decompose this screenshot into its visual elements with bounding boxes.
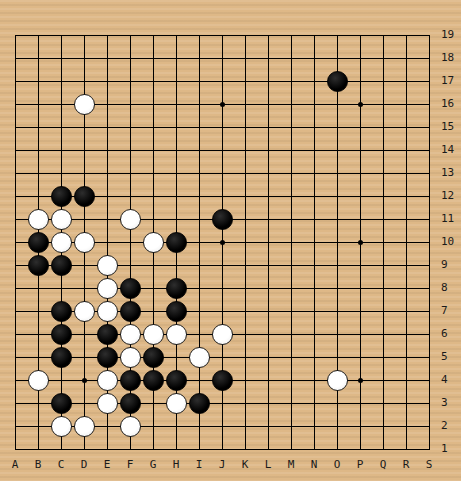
intersection-O9[interactable] (326, 254, 349, 277)
intersection-K18[interactable] (234, 47, 257, 70)
intersection-O10[interactable] (326, 231, 349, 254)
intersection-B6[interactable] (27, 323, 50, 346)
intersection-K7[interactable] (234, 300, 257, 323)
intersection-I11[interactable] (188, 208, 211, 231)
intersection-I15[interactable] (188, 116, 211, 139)
intersection-O7[interactable] (326, 300, 349, 323)
intersection-I13[interactable] (188, 162, 211, 185)
intersection-O2[interactable] (326, 415, 349, 438)
intersection-R11[interactable] (395, 208, 418, 231)
intersection-H11[interactable] (165, 208, 188, 231)
intersection-A9[interactable] (4, 254, 27, 277)
intersection-B17[interactable] (27, 70, 50, 93)
intersection-J12[interactable] (211, 185, 234, 208)
intersection-D7[interactable] (73, 300, 96, 323)
intersection-H12[interactable] (165, 185, 188, 208)
intersection-D5[interactable] (73, 346, 96, 369)
intersection-Q18[interactable] (372, 47, 395, 70)
intersection-E13[interactable] (96, 162, 119, 185)
intersection-S18[interactable] (418, 47, 441, 70)
intersection-L10[interactable] (257, 231, 280, 254)
intersection-R13[interactable] (395, 162, 418, 185)
intersection-M9[interactable] (280, 254, 303, 277)
intersection-K11[interactable] (234, 208, 257, 231)
intersection-C10[interactable] (50, 231, 73, 254)
intersection-L15[interactable] (257, 116, 280, 139)
intersection-F7[interactable] (119, 300, 142, 323)
intersection-N10[interactable] (303, 231, 326, 254)
intersection-B18[interactable] (27, 47, 50, 70)
intersection-A3[interactable] (4, 392, 27, 415)
intersection-Q4[interactable] (372, 369, 395, 392)
intersection-N11[interactable] (303, 208, 326, 231)
intersection-B19[interactable] (27, 24, 50, 47)
intersection-B5[interactable] (27, 346, 50, 369)
intersection-Q14[interactable] (372, 139, 395, 162)
intersection-C4[interactable] (50, 369, 73, 392)
intersection-A5[interactable] (4, 346, 27, 369)
intersection-G12[interactable] (142, 185, 165, 208)
intersection-R5[interactable] (395, 346, 418, 369)
intersection-B10[interactable] (27, 231, 50, 254)
intersection-R10[interactable] (395, 231, 418, 254)
intersection-S6[interactable] (418, 323, 441, 346)
intersection-M5[interactable] (280, 346, 303, 369)
intersection-N12[interactable] (303, 185, 326, 208)
intersection-C14[interactable] (50, 139, 73, 162)
intersection-G16[interactable] (142, 93, 165, 116)
intersection-K15[interactable] (234, 116, 257, 139)
intersection-S3[interactable] (418, 392, 441, 415)
intersection-Q5[interactable] (372, 346, 395, 369)
intersection-F2[interactable] (119, 415, 142, 438)
intersection-O4[interactable] (326, 369, 349, 392)
intersection-F6[interactable] (119, 323, 142, 346)
intersection-A12[interactable] (4, 185, 27, 208)
intersection-G9[interactable] (142, 254, 165, 277)
intersection-C12[interactable] (50, 185, 73, 208)
intersection-L17[interactable] (257, 70, 280, 93)
intersection-E16[interactable] (96, 93, 119, 116)
intersection-K10[interactable] (234, 231, 257, 254)
intersection-K17[interactable] (234, 70, 257, 93)
intersection-R6[interactable] (395, 323, 418, 346)
intersection-P11[interactable] (349, 208, 372, 231)
intersection-C17[interactable] (50, 70, 73, 93)
intersection-M3[interactable] (280, 392, 303, 415)
intersection-O12[interactable] (326, 185, 349, 208)
intersection-S16[interactable] (418, 93, 441, 116)
intersection-O3[interactable] (326, 392, 349, 415)
intersection-E15[interactable] (96, 116, 119, 139)
intersection-K3[interactable] (234, 392, 257, 415)
intersection-O6[interactable] (326, 323, 349, 346)
intersection-E10[interactable] (96, 231, 119, 254)
intersection-K4[interactable] (234, 369, 257, 392)
intersection-D8[interactable] (73, 277, 96, 300)
intersection-J10[interactable] (211, 231, 234, 254)
intersection-K6[interactable] (234, 323, 257, 346)
intersection-N5[interactable] (303, 346, 326, 369)
intersection-G11[interactable] (142, 208, 165, 231)
intersection-H3[interactable] (165, 392, 188, 415)
intersection-Q17[interactable] (372, 70, 395, 93)
intersection-R14[interactable] (395, 139, 418, 162)
intersection-B11[interactable] (27, 208, 50, 231)
intersection-O18[interactable] (326, 47, 349, 70)
intersection-B8[interactable] (27, 277, 50, 300)
intersection-K19[interactable] (234, 24, 257, 47)
intersection-P13[interactable] (349, 162, 372, 185)
intersection-S14[interactable] (418, 139, 441, 162)
intersection-L6[interactable] (257, 323, 280, 346)
intersection-C13[interactable] (50, 162, 73, 185)
intersection-H4[interactable] (165, 369, 188, 392)
intersection-C7[interactable] (50, 300, 73, 323)
intersection-D6[interactable] (73, 323, 96, 346)
intersection-I8[interactable] (188, 277, 211, 300)
intersection-N2[interactable] (303, 415, 326, 438)
intersection-N6[interactable] (303, 323, 326, 346)
intersection-A13[interactable] (4, 162, 27, 185)
intersection-S11[interactable] (418, 208, 441, 231)
intersection-S15[interactable] (418, 116, 441, 139)
intersection-P10[interactable] (349, 231, 372, 254)
intersection-P12[interactable] (349, 185, 372, 208)
intersection-F13[interactable] (119, 162, 142, 185)
intersection-J15[interactable] (211, 116, 234, 139)
intersection-F19[interactable] (119, 24, 142, 47)
intersection-O11[interactable] (326, 208, 349, 231)
intersection-M19[interactable] (280, 24, 303, 47)
intersection-Q9[interactable] (372, 254, 395, 277)
intersection-D17[interactable] (73, 70, 96, 93)
intersection-G14[interactable] (142, 139, 165, 162)
intersection-G4[interactable] (142, 369, 165, 392)
intersection-R19[interactable] (395, 24, 418, 47)
intersection-P3[interactable] (349, 392, 372, 415)
intersection-B16[interactable] (27, 93, 50, 116)
intersection-G10[interactable] (142, 231, 165, 254)
intersection-M17[interactable] (280, 70, 303, 93)
intersection-O19[interactable] (326, 24, 349, 47)
intersection-L12[interactable] (257, 185, 280, 208)
intersection-S4[interactable] (418, 369, 441, 392)
intersection-G17[interactable] (142, 70, 165, 93)
intersection-C18[interactable] (50, 47, 73, 70)
intersection-A10[interactable] (4, 231, 27, 254)
intersection-I14[interactable] (188, 139, 211, 162)
intersection-D13[interactable] (73, 162, 96, 185)
intersection-Q3[interactable] (372, 392, 395, 415)
intersection-O16[interactable] (326, 93, 349, 116)
intersection-M2[interactable] (280, 415, 303, 438)
intersection-R4[interactable] (395, 369, 418, 392)
intersection-A18[interactable] (4, 47, 27, 70)
intersection-E8[interactable] (96, 277, 119, 300)
intersection-Q2[interactable] (372, 415, 395, 438)
intersection-I7[interactable] (188, 300, 211, 323)
intersection-E2[interactable] (96, 415, 119, 438)
intersection-D15[interactable] (73, 116, 96, 139)
intersection-J8[interactable] (211, 277, 234, 300)
intersection-O13[interactable] (326, 162, 349, 185)
intersection-A14[interactable] (4, 139, 27, 162)
intersection-E5[interactable] (96, 346, 119, 369)
intersection-C8[interactable] (50, 277, 73, 300)
intersection-R18[interactable] (395, 47, 418, 70)
intersection-D9[interactable] (73, 254, 96, 277)
intersection-I6[interactable] (188, 323, 211, 346)
intersection-E17[interactable] (96, 70, 119, 93)
intersection-S12[interactable] (418, 185, 441, 208)
intersection-N19[interactable] (303, 24, 326, 47)
intersection-J16[interactable] (211, 93, 234, 116)
intersection-S10[interactable] (418, 231, 441, 254)
intersection-H2[interactable] (165, 415, 188, 438)
intersection-P14[interactable] (349, 139, 372, 162)
intersection-G5[interactable] (142, 346, 165, 369)
intersection-M10[interactable] (280, 231, 303, 254)
intersection-Q16[interactable] (372, 93, 395, 116)
intersection-E12[interactable] (96, 185, 119, 208)
intersection-D2[interactable] (73, 415, 96, 438)
intersection-K12[interactable] (234, 185, 257, 208)
intersection-L19[interactable] (257, 24, 280, 47)
intersection-O8[interactable] (326, 277, 349, 300)
intersection-C19[interactable] (50, 24, 73, 47)
intersection-I16[interactable] (188, 93, 211, 116)
intersection-I9[interactable] (188, 254, 211, 277)
intersection-K2[interactable] (234, 415, 257, 438)
intersection-I2[interactable] (188, 415, 211, 438)
intersection-P8[interactable] (349, 277, 372, 300)
intersection-E14[interactable] (96, 139, 119, 162)
intersection-Q8[interactable] (372, 277, 395, 300)
intersection-F14[interactable] (119, 139, 142, 162)
intersection-P15[interactable] (349, 116, 372, 139)
intersection-R15[interactable] (395, 116, 418, 139)
intersection-F4[interactable] (119, 369, 142, 392)
intersection-A15[interactable] (4, 116, 27, 139)
intersection-K16[interactable] (234, 93, 257, 116)
intersection-H19[interactable] (165, 24, 188, 47)
intersection-H16[interactable] (165, 93, 188, 116)
intersection-E6[interactable] (96, 323, 119, 346)
intersection-C5[interactable] (50, 346, 73, 369)
intersection-N14[interactable] (303, 139, 326, 162)
intersection-J19[interactable] (211, 24, 234, 47)
intersection-D4[interactable] (73, 369, 96, 392)
intersection-H18[interactable] (165, 47, 188, 70)
intersection-O5[interactable] (326, 346, 349, 369)
intersection-L4[interactable] (257, 369, 280, 392)
intersection-G8[interactable] (142, 277, 165, 300)
intersection-D16[interactable] (73, 93, 96, 116)
intersection-P4[interactable] (349, 369, 372, 392)
intersection-A11[interactable] (4, 208, 27, 231)
intersection-G2[interactable] (142, 415, 165, 438)
intersection-J13[interactable] (211, 162, 234, 185)
intersection-R17[interactable] (395, 70, 418, 93)
intersection-D18[interactable] (73, 47, 96, 70)
intersection-R7[interactable] (395, 300, 418, 323)
intersection-I5[interactable] (188, 346, 211, 369)
intersection-L9[interactable] (257, 254, 280, 277)
intersection-N9[interactable] (303, 254, 326, 277)
intersection-C11[interactable] (50, 208, 73, 231)
intersection-M12[interactable] (280, 185, 303, 208)
intersection-Q7[interactable] (372, 300, 395, 323)
intersection-N15[interactable] (303, 116, 326, 139)
intersection-B4[interactable] (27, 369, 50, 392)
intersection-M16[interactable] (280, 93, 303, 116)
intersection-H10[interactable] (165, 231, 188, 254)
intersection-G15[interactable] (142, 116, 165, 139)
intersection-G19[interactable] (142, 24, 165, 47)
intersection-H9[interactable] (165, 254, 188, 277)
intersection-E9[interactable] (96, 254, 119, 277)
intersection-Q15[interactable] (372, 116, 395, 139)
intersection-E18[interactable] (96, 47, 119, 70)
intersection-G3[interactable] (142, 392, 165, 415)
intersection-N18[interactable] (303, 47, 326, 70)
intersection-B7[interactable] (27, 300, 50, 323)
intersection-F18[interactable] (119, 47, 142, 70)
intersection-M8[interactable] (280, 277, 303, 300)
intersection-L7[interactable] (257, 300, 280, 323)
intersection-R9[interactable] (395, 254, 418, 277)
intersection-I17[interactable] (188, 70, 211, 93)
intersection-A16[interactable] (4, 93, 27, 116)
intersection-I3[interactable] (188, 392, 211, 415)
intersection-G18[interactable] (142, 47, 165, 70)
intersection-O17[interactable] (326, 70, 349, 93)
intersection-F8[interactable] (119, 277, 142, 300)
intersection-L18[interactable] (257, 47, 280, 70)
intersection-C15[interactable] (50, 116, 73, 139)
intersection-M7[interactable] (280, 300, 303, 323)
intersection-Q12[interactable] (372, 185, 395, 208)
intersection-S2[interactable] (418, 415, 441, 438)
intersection-B15[interactable] (27, 116, 50, 139)
intersection-A2[interactable] (4, 415, 27, 438)
intersection-Q10[interactable] (372, 231, 395, 254)
intersection-F15[interactable] (119, 116, 142, 139)
intersection-I12[interactable] (188, 185, 211, 208)
intersection-J14[interactable] (211, 139, 234, 162)
intersection-J2[interactable] (211, 415, 234, 438)
intersection-Q13[interactable] (372, 162, 395, 185)
intersection-D11[interactable] (73, 208, 96, 231)
intersection-G13[interactable] (142, 162, 165, 185)
intersection-J4[interactable] (211, 369, 234, 392)
intersection-Q11[interactable] (372, 208, 395, 231)
intersection-P2[interactable] (349, 415, 372, 438)
intersection-S19[interactable] (418, 24, 441, 47)
intersection-E19[interactable] (96, 24, 119, 47)
intersection-F5[interactable] (119, 346, 142, 369)
intersection-A7[interactable] (4, 300, 27, 323)
intersection-K8[interactable] (234, 277, 257, 300)
intersection-R8[interactable] (395, 277, 418, 300)
intersection-P9[interactable] (349, 254, 372, 277)
intersection-E11[interactable] (96, 208, 119, 231)
intersection-I19[interactable] (188, 24, 211, 47)
intersection-I10[interactable] (188, 231, 211, 254)
intersection-B13[interactable] (27, 162, 50, 185)
intersection-M18[interactable] (280, 47, 303, 70)
intersection-O14[interactable] (326, 139, 349, 162)
intersection-F10[interactable] (119, 231, 142, 254)
intersection-J7[interactable] (211, 300, 234, 323)
intersection-D12[interactable] (73, 185, 96, 208)
intersection-L14[interactable] (257, 139, 280, 162)
intersection-S7[interactable] (418, 300, 441, 323)
intersection-N7[interactable] (303, 300, 326, 323)
intersection-K13[interactable] (234, 162, 257, 185)
intersection-R2[interactable] (395, 415, 418, 438)
intersection-C9[interactable] (50, 254, 73, 277)
intersection-G7[interactable] (142, 300, 165, 323)
intersection-A8[interactable] (4, 277, 27, 300)
intersection-A19[interactable] (4, 24, 27, 47)
intersection-Q19[interactable] (372, 24, 395, 47)
intersection-S17[interactable] (418, 70, 441, 93)
intersection-C16[interactable] (50, 93, 73, 116)
intersection-J17[interactable] (211, 70, 234, 93)
intersection-M14[interactable] (280, 139, 303, 162)
intersection-H14[interactable] (165, 139, 188, 162)
intersection-B12[interactable] (27, 185, 50, 208)
intersection-L16[interactable] (257, 93, 280, 116)
intersection-M6[interactable] (280, 323, 303, 346)
intersection-N17[interactable] (303, 70, 326, 93)
intersection-E4[interactable] (96, 369, 119, 392)
intersection-M11[interactable] (280, 208, 303, 231)
intersection-J5[interactable] (211, 346, 234, 369)
intersection-B14[interactable] (27, 139, 50, 162)
intersection-R16[interactable] (395, 93, 418, 116)
intersection-B9[interactable] (27, 254, 50, 277)
intersection-P18[interactable] (349, 47, 372, 70)
intersection-F3[interactable] (119, 392, 142, 415)
intersection-M13[interactable] (280, 162, 303, 185)
intersection-F12[interactable] (119, 185, 142, 208)
intersection-J18[interactable] (211, 47, 234, 70)
intersection-H8[interactable] (165, 277, 188, 300)
intersection-I4[interactable] (188, 369, 211, 392)
intersection-J11[interactable] (211, 208, 234, 231)
intersection-N3[interactable] (303, 392, 326, 415)
intersection-M4[interactable] (280, 369, 303, 392)
intersection-Q6[interactable] (372, 323, 395, 346)
intersection-L11[interactable] (257, 208, 280, 231)
intersection-A17[interactable] (4, 70, 27, 93)
intersection-N8[interactable] (303, 277, 326, 300)
intersection-D14[interactable] (73, 139, 96, 162)
intersection-F11[interactable] (119, 208, 142, 231)
intersection-I18[interactable] (188, 47, 211, 70)
intersection-L5[interactable] (257, 346, 280, 369)
intersection-G6[interactable] (142, 323, 165, 346)
intersection-R12[interactable] (395, 185, 418, 208)
intersection-P17[interactable] (349, 70, 372, 93)
intersection-F9[interactable] (119, 254, 142, 277)
intersection-J6[interactable] (211, 323, 234, 346)
intersection-A4[interactable] (4, 369, 27, 392)
intersection-R3[interactable] (395, 392, 418, 415)
